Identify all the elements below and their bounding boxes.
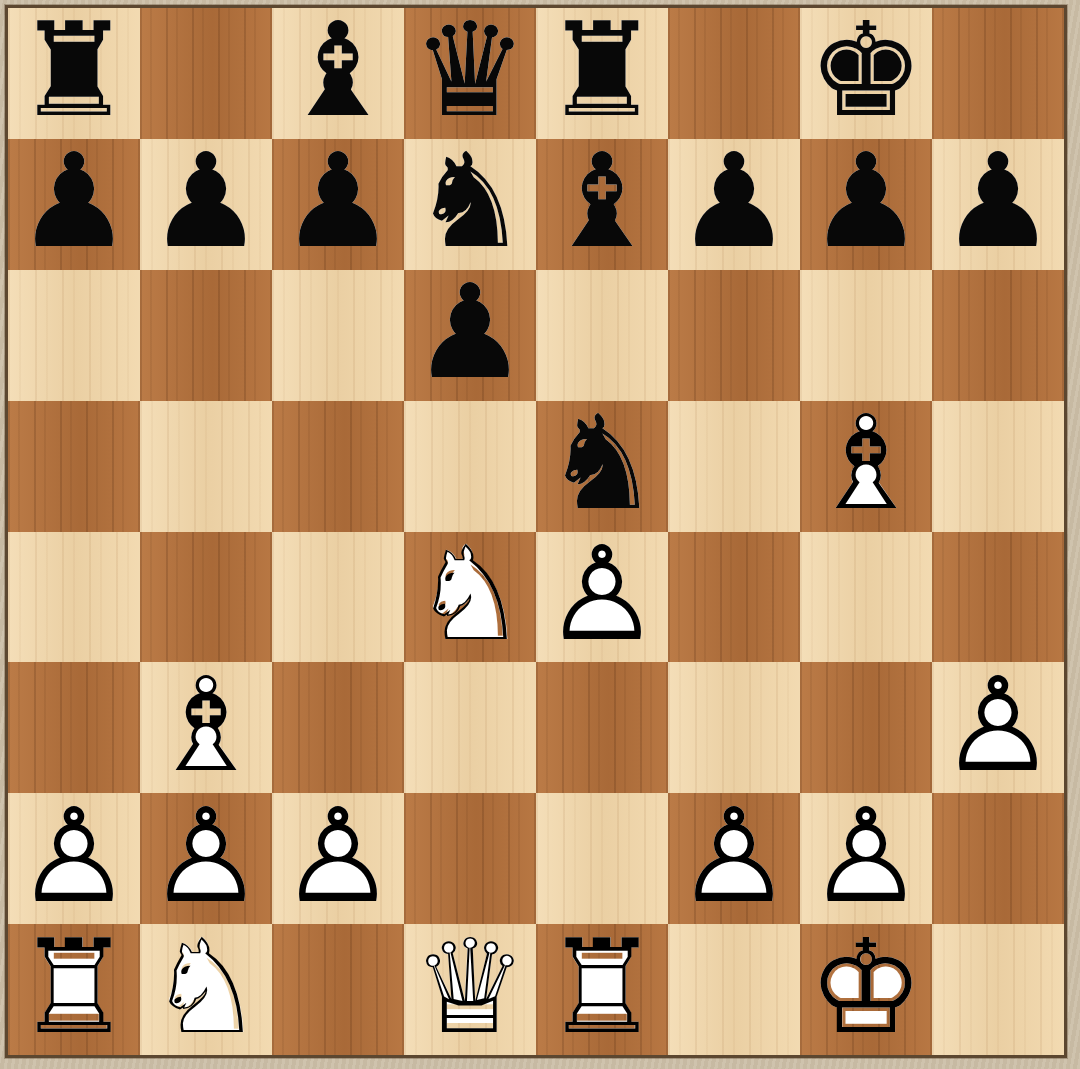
square-a1[interactable]: ♜︎♖︎ xyxy=(8,924,140,1055)
square-h2[interactable] xyxy=(932,793,1064,924)
black-rook[interactable]: ♜︎♜︎ xyxy=(536,8,668,139)
square-g8[interactable]: ♚︎♚︎ xyxy=(800,8,932,139)
square-a7[interactable]: ♟︎♟︎ xyxy=(8,139,140,270)
square-a2[interactable]: ♟︎♙︎ xyxy=(8,793,140,924)
square-c2[interactable]: ♟︎♙︎ xyxy=(272,793,404,924)
piece-face-glyph: ♘︎ xyxy=(148,922,265,1052)
piece-face-glyph: ♝︎ xyxy=(544,137,661,267)
piece-face-glyph: ♗︎ xyxy=(808,398,925,528)
black-bishop[interactable]: ♝︎♝︎ xyxy=(272,8,404,139)
square-c5[interactable] xyxy=(272,401,404,532)
square-f8[interactable] xyxy=(668,8,800,139)
piece-face-glyph: ♟︎ xyxy=(676,137,793,267)
square-c3[interactable] xyxy=(272,662,404,793)
piece-face-glyph: ♙︎ xyxy=(544,529,661,659)
piece-face-glyph: ♙︎ xyxy=(940,660,1057,790)
black-pawn[interactable]: ♟︎♟︎ xyxy=(668,139,800,270)
square-a6[interactable] xyxy=(8,270,140,401)
black-pawn[interactable]: ♟︎♟︎ xyxy=(140,139,272,270)
square-b7[interactable]: ♟︎♟︎ xyxy=(140,139,272,270)
white-king[interactable]: ♚︎♔︎ xyxy=(800,924,932,1055)
white-rook[interactable]: ♜︎♖︎ xyxy=(536,924,668,1055)
piece-face-glyph: ♙︎ xyxy=(676,791,793,921)
piece-face-glyph: ♖︎ xyxy=(544,922,661,1052)
square-e7[interactable]: ♝︎♝︎ xyxy=(536,139,668,270)
piece-face-glyph: ♟︎ xyxy=(808,137,925,267)
square-f3[interactable] xyxy=(668,662,800,793)
piece-face-glyph: ♗︎ xyxy=(148,660,265,790)
white-bishop[interactable]: ♝︎♗︎ xyxy=(140,662,272,793)
square-d1[interactable]: ♛︎♕︎ xyxy=(404,924,536,1055)
square-e1[interactable]: ♜︎♖︎ xyxy=(536,924,668,1055)
piece-face-glyph: ♟︎ xyxy=(412,268,529,398)
square-g4[interactable] xyxy=(800,532,932,663)
piece-face-glyph: ♟︎ xyxy=(148,137,265,267)
square-a3[interactable] xyxy=(8,662,140,793)
black-knight[interactable]: ♞︎♞︎ xyxy=(536,401,668,532)
square-g7[interactable]: ♟︎♟︎ xyxy=(800,139,932,270)
square-a5[interactable] xyxy=(8,401,140,532)
square-d5[interactable] xyxy=(404,401,536,532)
square-h8[interactable] xyxy=(932,8,1064,139)
square-g3[interactable] xyxy=(800,662,932,793)
piece-face-glyph: ♚︎ xyxy=(808,6,925,136)
square-b2[interactable]: ♟︎♙︎ xyxy=(140,793,272,924)
square-b8[interactable] xyxy=(140,8,272,139)
square-g2[interactable]: ♟︎♙︎ xyxy=(800,793,932,924)
piece-face-glyph: ♟︎ xyxy=(940,137,1057,267)
white-queen[interactable]: ♛︎♕︎ xyxy=(404,924,536,1055)
black-rook[interactable]: ♜︎♜︎ xyxy=(8,8,140,139)
square-e5[interactable]: ♞︎♞︎ xyxy=(536,401,668,532)
white-knight[interactable]: ♞︎♘︎ xyxy=(404,532,536,663)
square-h6[interactable] xyxy=(932,270,1064,401)
square-a8[interactable]: ♜︎♜︎ xyxy=(8,8,140,139)
square-e2[interactable] xyxy=(536,793,668,924)
black-pawn[interactable]: ♟︎♟︎ xyxy=(404,270,536,401)
square-f7[interactable]: ♟︎♟︎ xyxy=(668,139,800,270)
square-h1[interactable] xyxy=(932,924,1064,1055)
square-e4[interactable]: ♟︎♙︎ xyxy=(536,532,668,663)
black-pawn[interactable]: ♟︎♟︎ xyxy=(800,139,932,270)
square-g5[interactable]: ♝︎♗︎ xyxy=(800,401,932,532)
square-f5[interactable] xyxy=(668,401,800,532)
page-background: ♜︎♜︎♝︎♝︎♛︎♛︎♜︎♜︎♚︎♚︎♟︎♟︎♟︎♟︎♟︎♟︎♞︎♞︎♝︎♝︎… xyxy=(0,0,1080,1069)
square-d3[interactable] xyxy=(404,662,536,793)
white-pawn[interactable]: ♟︎♙︎ xyxy=(8,793,140,924)
square-h4[interactable] xyxy=(932,532,1064,663)
piece-face-glyph: ♙︎ xyxy=(16,791,133,921)
square-c6[interactable] xyxy=(272,270,404,401)
white-pawn[interactable]: ♟︎♙︎ xyxy=(800,793,932,924)
piece-face-glyph: ♟︎ xyxy=(280,137,397,267)
square-d6[interactable]: ♟︎♟︎ xyxy=(404,270,536,401)
piece-face-glyph: ♖︎ xyxy=(16,922,133,1052)
white-pawn[interactable]: ♟︎♙︎ xyxy=(272,793,404,924)
white-pawn[interactable]: ♟︎♙︎ xyxy=(932,662,1064,793)
piece-face-glyph: ♘︎ xyxy=(412,529,529,659)
square-f6[interactable] xyxy=(668,270,800,401)
square-a4[interactable] xyxy=(8,532,140,663)
square-e8[interactable]: ♜︎♜︎ xyxy=(536,8,668,139)
white-rook[interactable]: ♜︎♖︎ xyxy=(8,924,140,1055)
square-b6[interactable] xyxy=(140,270,272,401)
black-pawn[interactable]: ♟︎♟︎ xyxy=(272,139,404,270)
square-f4[interactable] xyxy=(668,532,800,663)
piece-face-glyph: ♙︎ xyxy=(280,791,397,921)
square-g1[interactable]: ♚︎♔︎ xyxy=(800,924,932,1055)
square-h5[interactable] xyxy=(932,401,1064,532)
white-knight[interactable]: ♞︎♘︎ xyxy=(140,924,272,1055)
piece-face-glyph: ♕︎ xyxy=(412,922,529,1052)
square-f1[interactable] xyxy=(668,924,800,1055)
square-c4[interactable] xyxy=(272,532,404,663)
black-pawn[interactable]: ♟︎♟︎ xyxy=(8,139,140,270)
white-pawn[interactable]: ♟︎♙︎ xyxy=(668,793,800,924)
piece-face-glyph: ♞︎ xyxy=(544,398,661,528)
square-e3[interactable] xyxy=(536,662,668,793)
black-queen[interactable]: ♛︎♛︎ xyxy=(404,8,536,139)
chess-board: ♜︎♜︎♝︎♝︎♛︎♛︎♜︎♜︎♚︎♚︎♟︎♟︎♟︎♟︎♟︎♟︎♞︎♞︎♝︎♝︎… xyxy=(8,8,1064,1055)
white-pawn[interactable]: ♟︎♙︎ xyxy=(536,532,668,663)
square-b1[interactable]: ♞︎♘︎ xyxy=(140,924,272,1055)
piece-face-glyph: ♞︎ xyxy=(412,137,529,267)
square-c1[interactable] xyxy=(272,924,404,1055)
square-h7[interactable]: ♟︎♟︎ xyxy=(932,139,1064,270)
piece-face-glyph: ♝︎ xyxy=(280,6,397,136)
square-c8[interactable]: ♝︎♝︎ xyxy=(272,8,404,139)
piece-face-glyph: ♙︎ xyxy=(808,791,925,921)
square-b4[interactable] xyxy=(140,532,272,663)
square-d8[interactable]: ♛︎♛︎ xyxy=(404,8,536,139)
black-knight[interactable]: ♞︎♞︎ xyxy=(404,139,536,270)
board-frame: ♜︎♜︎♝︎♝︎♛︎♛︎♜︎♜︎♚︎♚︎♟︎♟︎♟︎♟︎♟︎♟︎♞︎♞︎♝︎♝︎… xyxy=(5,5,1067,1058)
black-king[interactable]: ♚︎♚︎ xyxy=(800,8,932,139)
white-bishop[interactable]: ♝︎♗︎ xyxy=(800,401,932,532)
piece-face-glyph: ♜︎ xyxy=(16,6,133,136)
square-g6[interactable] xyxy=(800,270,932,401)
square-h3[interactable]: ♟︎♙︎ xyxy=(932,662,1064,793)
piece-face-glyph: ♛︎ xyxy=(412,6,529,136)
piece-face-glyph: ♟︎ xyxy=(16,137,133,267)
piece-face-glyph: ♙︎ xyxy=(148,791,265,921)
square-d4[interactable]: ♞︎♘︎ xyxy=(404,532,536,663)
square-f2[interactable]: ♟︎♙︎ xyxy=(668,793,800,924)
square-d7[interactable]: ♞︎♞︎ xyxy=(404,139,536,270)
square-c7[interactable]: ♟︎♟︎ xyxy=(272,139,404,270)
piece-face-glyph: ♜︎ xyxy=(544,6,661,136)
white-pawn[interactable]: ♟︎♙︎ xyxy=(140,793,272,924)
square-b5[interactable] xyxy=(140,401,272,532)
black-bishop[interactable]: ♝︎♝︎ xyxy=(536,139,668,270)
square-e6[interactable] xyxy=(536,270,668,401)
square-b3[interactable]: ♝︎♗︎ xyxy=(140,662,272,793)
square-d2[interactable] xyxy=(404,793,536,924)
piece-face-glyph: ♔︎ xyxy=(808,922,925,1052)
black-pawn[interactable]: ♟︎♟︎ xyxy=(932,139,1064,270)
